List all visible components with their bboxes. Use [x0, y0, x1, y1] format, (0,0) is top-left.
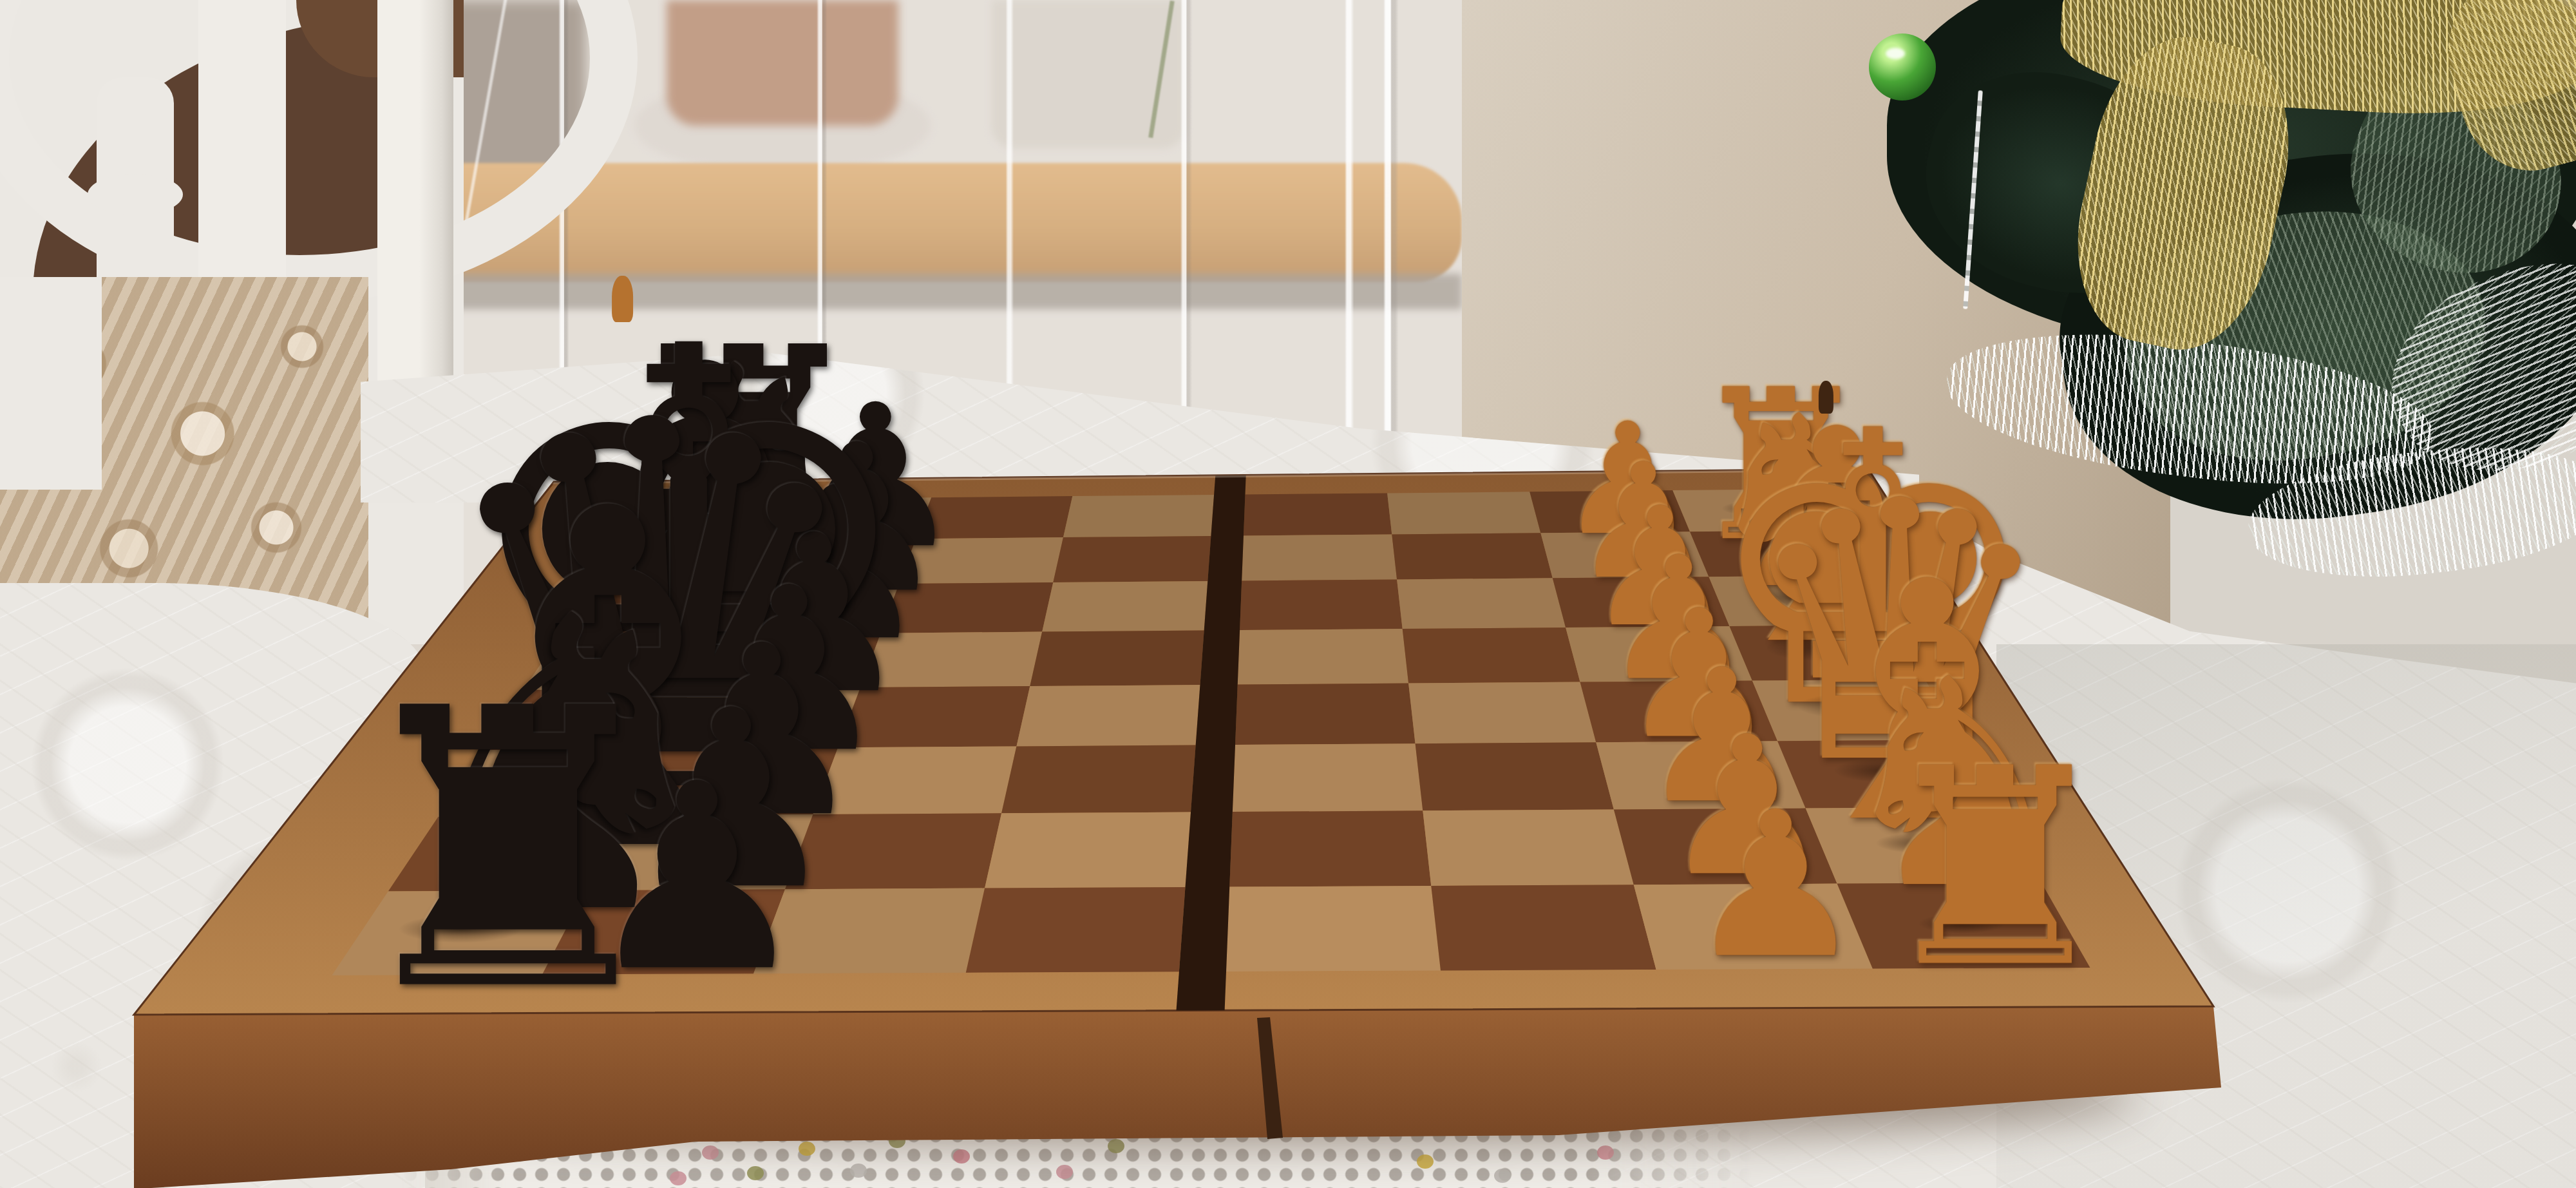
square-a3[interactable]: [1431, 885, 1656, 970]
square-h5[interactable]: [1063, 495, 1214, 537]
square-g5[interactable]: [1053, 536, 1211, 582]
square-h4[interactable]: [1244, 493, 1392, 535]
square-g4[interactable]: [1242, 534, 1397, 580]
square-h3[interactable]: [1387, 492, 1540, 534]
green-bauble-ornament: [1869, 34, 1936, 101]
pawn-glyph: ♟: [1686, 785, 1866, 986]
square-b3[interactable]: [1423, 810, 1634, 886]
square-e5[interactable]: [1030, 631, 1204, 686]
piece-black-rook-a8[interactable]: ♜: [336, 660, 585, 936]
square-b5[interactable]: [985, 812, 1191, 888]
square-g3[interactable]: [1392, 533, 1553, 579]
square-c5[interactable]: [1001, 745, 1196, 814]
square-f4[interactable]: [1240, 579, 1403, 630]
square-d3[interactable]: [1408, 682, 1596, 744]
piece-black-pawn-a7[interactable]: ♟: [582, 750, 748, 935]
square-e4[interactable]: [1238, 629, 1408, 685]
square-d4[interactable]: [1235, 684, 1416, 745]
square-f3[interactable]: [1397, 578, 1566, 629]
square-a5[interactable]: [966, 887, 1186, 973]
piece-white-pawn-a2[interactable]: ♟: [1686, 785, 1816, 930]
square-d5[interactable]: [1016, 685, 1200, 746]
rook-glyph: ♜: [1873, 733, 2117, 1005]
square-e3[interactable]: [1403, 628, 1580, 684]
square-b4[interactable]: [1229, 810, 1431, 886]
bauble-highlight: [1886, 48, 1905, 59]
square-a4[interactable]: [1226, 886, 1441, 972]
pawn-glyph: ♟: [582, 750, 812, 1006]
square-c4[interactable]: [1233, 743, 1423, 812]
king-finial: [1819, 381, 1833, 414]
square-c3[interactable]: [1416, 742, 1614, 810]
square-f5[interactable]: [1042, 581, 1207, 632]
photo-scene: ♜♜♟♟♞♞♟♟♝♝♟♟♚♚♟♟♛♛♟♟♝♝♟♟♞♞♟♟♜♜♟♟: [0, 0, 2576, 1188]
piece-white-rook-a1[interactable]: ♜: [1873, 733, 2049, 928]
